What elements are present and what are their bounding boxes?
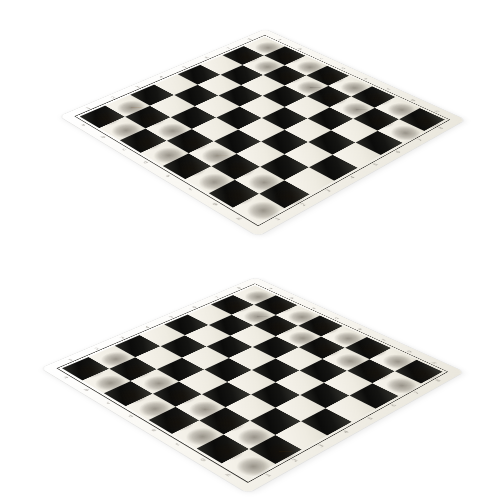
rank-label: 5 xyxy=(372,163,379,167)
rank-label: 1 xyxy=(274,217,282,221)
file-label: b xyxy=(83,388,90,392)
bishop-glyph: ♝ xyxy=(208,410,297,469)
rank-label: 6 xyxy=(390,403,397,407)
pawn-glyph: ♟ xyxy=(366,99,444,136)
file-label: c xyxy=(121,148,127,151)
rank-label: 1 xyxy=(264,473,272,478)
vinyl-board-mat: aabbccddeeffgghh1122334455667788♝♟♟♝♞♟♟♞… xyxy=(41,277,464,493)
file-label: e xyxy=(150,428,157,432)
file-label: f xyxy=(175,443,181,446)
product-photo: aabbccddeeffgghh1122334455667788♝♟♟♝♞♟♟♞… xyxy=(0,0,500,500)
rank-label: 5 xyxy=(367,416,374,420)
file-label: b xyxy=(100,135,107,138)
vinyl-board-mat: aabbccddeeffgghh1122334455667788♝♟♟♝♞♟♟♞… xyxy=(60,29,466,236)
rank-label: 4 xyxy=(342,430,350,434)
file-label: a xyxy=(63,375,70,378)
rank-label: 7 xyxy=(416,138,423,142)
rank-label: 6 xyxy=(395,150,402,154)
bishop-glyph: ♝ xyxy=(220,156,306,213)
file-label: e xyxy=(164,174,171,178)
file-label: f xyxy=(188,188,194,191)
file-label: c xyxy=(105,401,112,405)
file-label: a xyxy=(80,123,86,126)
rank-label: 4 xyxy=(349,175,356,179)
file-label: d xyxy=(142,160,149,164)
rank-label: 7 xyxy=(413,391,420,395)
file-label: d xyxy=(127,414,134,418)
pawn-glyph: ♟ xyxy=(360,350,441,388)
